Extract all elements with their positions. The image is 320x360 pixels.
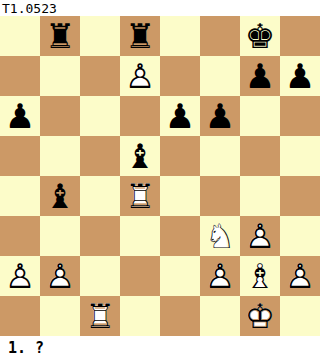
- square-f7[interactable]: [200, 56, 240, 96]
- square-e5[interactable]: [160, 136, 200, 176]
- square-d1[interactable]: [120, 296, 160, 336]
- square-b3[interactable]: [40, 216, 80, 256]
- square-a2[interactable]: ♟♙: [0, 256, 40, 296]
- square-f1[interactable]: [200, 296, 240, 336]
- square-e8[interactable]: [160, 16, 200, 56]
- piece-black-pawn-icon[interactable]: ♟: [200, 96, 240, 136]
- square-e7[interactable]: [160, 56, 200, 96]
- piece-black-rook-icon[interactable]: ♜: [120, 16, 160, 56]
- square-h7[interactable]: ♟: [280, 56, 320, 96]
- square-a7[interactable]: [0, 56, 40, 96]
- square-f5[interactable]: [200, 136, 240, 176]
- piece-white-bishop-icon[interactable]: ♝♗: [240, 256, 280, 296]
- square-b1[interactable]: [40, 296, 80, 336]
- piece-white-pawn-icon[interactable]: ♟♙: [240, 216, 280, 256]
- square-e3[interactable]: [160, 216, 200, 256]
- piece-black-king-icon[interactable]: ♚: [240, 16, 280, 56]
- square-g2[interactable]: ♝♗: [240, 256, 280, 296]
- square-g1[interactable]: ♚♔: [240, 296, 280, 336]
- square-c7[interactable]: [80, 56, 120, 96]
- square-d5[interactable]: ♝: [120, 136, 160, 176]
- square-c3[interactable]: [80, 216, 120, 256]
- puzzle-id: T1.0523: [2, 1, 57, 16]
- square-f2[interactable]: ♟♙: [200, 256, 240, 296]
- square-f8[interactable]: [200, 16, 240, 56]
- piece-white-king-icon[interactable]: ♚♔: [240, 296, 280, 336]
- square-b5[interactable]: [40, 136, 80, 176]
- square-c1[interactable]: ♜♖: [80, 296, 120, 336]
- piece-white-pawn-icon[interactable]: ♟♙: [120, 56, 160, 96]
- square-g5[interactable]: [240, 136, 280, 176]
- piece-black-bishop-icon[interactable]: ♝: [40, 176, 80, 216]
- square-h4[interactable]: [280, 176, 320, 216]
- square-c8[interactable]: [80, 16, 120, 56]
- square-d6[interactable]: [120, 96, 160, 136]
- square-h1[interactable]: [280, 296, 320, 336]
- square-d7[interactable]: ♟♙: [120, 56, 160, 96]
- chess-board: ♜♜♚♟♙♟♟♟♟♟♝♝♜♖♞♘♟♙♟♙♟♙♟♙♝♗♟♙♜♖♚♔: [0, 16, 320, 336]
- square-c5[interactable]: [80, 136, 120, 176]
- square-f3[interactable]: ♞♘: [200, 216, 240, 256]
- square-g3[interactable]: ♟♙: [240, 216, 280, 256]
- square-d3[interactable]: [120, 216, 160, 256]
- square-h8[interactable]: [280, 16, 320, 56]
- piece-black-pawn-icon[interactable]: ♟: [280, 56, 320, 96]
- piece-black-bishop-icon[interactable]: ♝: [120, 136, 160, 176]
- square-h5[interactable]: [280, 136, 320, 176]
- piece-white-pawn-icon[interactable]: ♟♙: [200, 256, 240, 296]
- square-a4[interactable]: [0, 176, 40, 216]
- square-b4[interactable]: ♝: [40, 176, 80, 216]
- square-e2[interactable]: [160, 256, 200, 296]
- square-e4[interactable]: [160, 176, 200, 216]
- square-d8[interactable]: ♜: [120, 16, 160, 56]
- square-g7[interactable]: ♟: [240, 56, 280, 96]
- square-g8[interactable]: ♚: [240, 16, 280, 56]
- piece-white-knight-icon[interactable]: ♞♘: [200, 216, 240, 256]
- square-e1[interactable]: [160, 296, 200, 336]
- square-c4[interactable]: [80, 176, 120, 216]
- piece-black-pawn-icon[interactable]: ♟: [0, 96, 40, 136]
- square-a3[interactable]: [0, 216, 40, 256]
- square-c6[interactable]: [80, 96, 120, 136]
- square-a8[interactable]: [0, 16, 40, 56]
- square-b6[interactable]: [40, 96, 80, 136]
- piece-black-pawn-icon[interactable]: ♟: [160, 96, 200, 136]
- piece-black-pawn-icon[interactable]: ♟: [240, 56, 280, 96]
- piece-white-rook-icon[interactable]: ♜♖: [120, 176, 160, 216]
- square-h2[interactable]: ♟♙: [280, 256, 320, 296]
- move-prompt: 1. ?: [8, 339, 44, 357]
- square-a5[interactable]: [0, 136, 40, 176]
- square-d4[interactable]: ♜♖: [120, 176, 160, 216]
- piece-white-pawn-icon[interactable]: ♟♙: [280, 256, 320, 296]
- square-c2[interactable]: [80, 256, 120, 296]
- move-prompt-bar: 1. ?: [0, 336, 320, 360]
- square-e6[interactable]: ♟: [160, 96, 200, 136]
- square-b2[interactable]: ♟♙: [40, 256, 80, 296]
- square-h3[interactable]: [280, 216, 320, 256]
- square-f6[interactable]: ♟: [200, 96, 240, 136]
- puzzle-header: T1.0523: [0, 0, 320, 16]
- square-g6[interactable]: [240, 96, 280, 136]
- square-a1[interactable]: [0, 296, 40, 336]
- piece-white-pawn-icon[interactable]: ♟♙: [0, 256, 40, 296]
- square-b7[interactable]: [40, 56, 80, 96]
- chess-puzzle-app: T1.0523 ♜♜♚♟♙♟♟♟♟♟♝♝♜♖♞♘♟♙♟♙♟♙♟♙♝♗♟♙♜♖♚♔…: [0, 0, 320, 360]
- piece-white-pawn-icon[interactable]: ♟♙: [40, 256, 80, 296]
- square-d2[interactable]: [120, 256, 160, 296]
- piece-white-rook-icon[interactable]: ♜♖: [80, 296, 120, 336]
- square-b8[interactable]: ♜: [40, 16, 80, 56]
- piece-black-rook-icon[interactable]: ♜: [40, 16, 80, 56]
- square-h6[interactable]: [280, 96, 320, 136]
- square-g4[interactable]: [240, 176, 280, 216]
- square-f4[interactable]: [200, 176, 240, 216]
- square-a6[interactable]: ♟: [0, 96, 40, 136]
